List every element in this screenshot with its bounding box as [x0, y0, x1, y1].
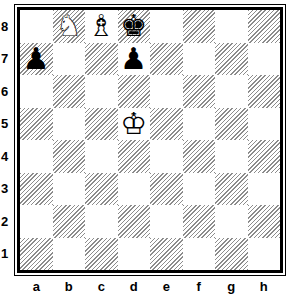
square-c3[interactable]	[85, 173, 118, 206]
square-b4[interactable]	[53, 140, 86, 173]
square-f7[interactable]	[183, 43, 216, 76]
board-frame: ♘♗♚♟♟♔	[14, 4, 286, 276]
white-bishop[interactable]: ♗	[88, 11, 115, 41]
square-g2[interactable]	[215, 205, 248, 238]
square-d6[interactable]	[118, 75, 151, 108]
square-d1[interactable]	[118, 238, 151, 271]
chess-board: ♘♗♚♟♟♔	[20, 10, 280, 270]
black-king[interactable]: ♚	[120, 11, 147, 41]
square-c1[interactable]	[85, 238, 118, 271]
square-c7[interactable]	[85, 43, 118, 76]
square-e5[interactable]	[150, 108, 183, 141]
black-pawn[interactable]: ♟	[23, 44, 50, 74]
square-e2[interactable]	[150, 205, 183, 238]
black-pawn[interactable]: ♟	[120, 44, 147, 74]
square-h8[interactable]	[248, 10, 281, 43]
square-c8[interactable]: ♗	[85, 10, 118, 43]
white-king[interactable]: ♔	[120, 109, 147, 139]
square-g4[interactable]	[215, 140, 248, 173]
square-f4[interactable]	[183, 140, 216, 173]
square-e7[interactable]	[150, 43, 183, 76]
square-e4[interactable]	[150, 140, 183, 173]
square-g1[interactable]	[215, 238, 248, 271]
square-h3[interactable]	[248, 173, 281, 206]
file-label-d: d	[118, 279, 151, 294]
file-label-g: g	[215, 279, 248, 294]
square-f6[interactable]	[183, 75, 216, 108]
square-g8[interactable]	[215, 10, 248, 43]
square-f1[interactable]	[183, 238, 216, 271]
square-e3[interactable]	[150, 173, 183, 206]
square-a8[interactable]	[20, 10, 53, 43]
square-d7[interactable]: ♟	[118, 43, 151, 76]
square-f8[interactable]	[183, 10, 216, 43]
square-a3[interactable]	[20, 173, 53, 206]
square-g6[interactable]	[215, 75, 248, 108]
square-b1[interactable]	[53, 238, 86, 271]
square-a7[interactable]: ♟	[20, 43, 53, 76]
square-a5[interactable]	[20, 108, 53, 141]
chess-diagram: 87654321 ♘♗♚♟♟♔ abcdefgh	[0, 0, 295, 300]
square-g7[interactable]	[215, 43, 248, 76]
board-inner-frame: ♘♗♚♟♟♔	[17, 7, 283, 273]
square-h6[interactable]	[248, 75, 281, 108]
file-label-e: e	[150, 279, 183, 294]
file-label-a: a	[20, 279, 53, 294]
white-knight[interactable]: ♘	[55, 11, 82, 41]
square-b7[interactable]	[53, 43, 86, 76]
rank-label-2: 2	[0, 205, 14, 238]
rank-label-6: 6	[0, 75, 14, 108]
rank-label-7: 7	[0, 43, 14, 76]
square-f5[interactable]	[183, 108, 216, 141]
square-b5[interactable]	[53, 108, 86, 141]
square-d2[interactable]	[118, 205, 151, 238]
square-e6[interactable]	[150, 75, 183, 108]
square-g3[interactable]	[215, 173, 248, 206]
square-b3[interactable]	[53, 173, 86, 206]
square-c6[interactable]	[85, 75, 118, 108]
square-a6[interactable]	[20, 75, 53, 108]
square-f2[interactable]	[183, 205, 216, 238]
square-f3[interactable]	[183, 173, 216, 206]
square-e8[interactable]	[150, 10, 183, 43]
square-b6[interactable]	[53, 75, 86, 108]
file-label-h: h	[248, 279, 281, 294]
file-label-c: c	[85, 279, 118, 294]
square-h5[interactable]	[248, 108, 281, 141]
square-e1[interactable]	[150, 238, 183, 271]
square-h1[interactable]	[248, 238, 281, 271]
file-label-f: f	[183, 279, 216, 294]
square-h2[interactable]	[248, 205, 281, 238]
square-h4[interactable]	[248, 140, 281, 173]
square-c5[interactable]	[85, 108, 118, 141]
square-d3[interactable]	[118, 173, 151, 206]
rank-label-4: 4	[0, 140, 14, 173]
rank-label-3: 3	[0, 173, 14, 206]
square-b8[interactable]: ♘	[53, 10, 86, 43]
square-b2[interactable]	[53, 205, 86, 238]
square-c2[interactable]	[85, 205, 118, 238]
rank-label-1: 1	[0, 238, 14, 271]
square-c4[interactable]	[85, 140, 118, 173]
rank-labels: 87654321	[0, 10, 14, 270]
board-row: 87654321 ♘♗♚♟♟♔	[0, 4, 295, 276]
square-h7[interactable]	[248, 43, 281, 76]
square-a2[interactable]	[20, 205, 53, 238]
square-a1[interactable]	[20, 238, 53, 271]
file-label-b: b	[53, 279, 86, 294]
square-d5[interactable]: ♔	[118, 108, 151, 141]
square-a4[interactable]	[20, 140, 53, 173]
square-g5[interactable]	[215, 108, 248, 141]
square-d8[interactable]: ♚	[118, 10, 151, 43]
rank-label-5: 5	[0, 108, 14, 141]
square-d4[interactable]	[118, 140, 151, 173]
file-labels: abcdefgh	[20, 279, 295, 294]
rank-label-8: 8	[0, 10, 14, 43]
